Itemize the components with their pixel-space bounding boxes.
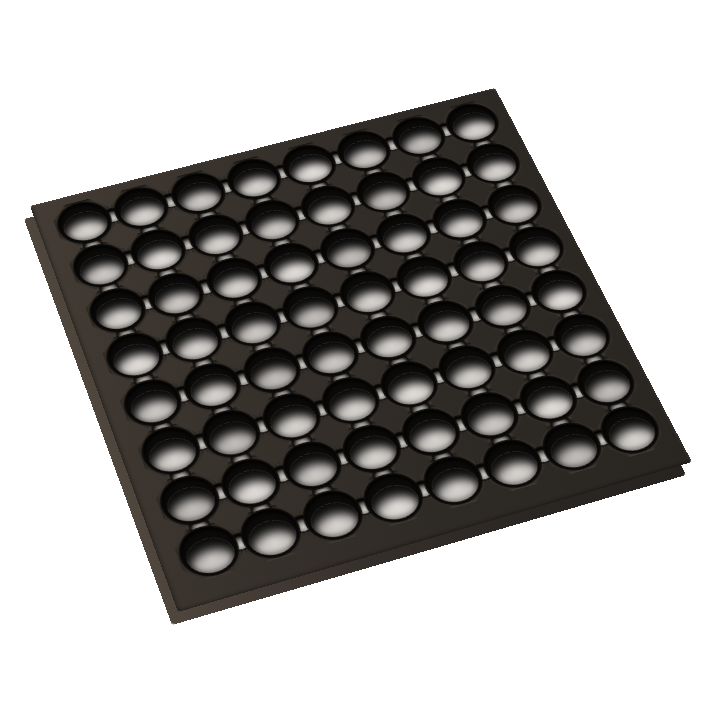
- large-drainage-hole: [236, 503, 307, 563]
- large-drainage-hole: [174, 521, 245, 581]
- hole-grid: [48, 96, 671, 586]
- mat-top-surface: [30, 88, 692, 612]
- product-photo-stage: [0, 0, 720, 720]
